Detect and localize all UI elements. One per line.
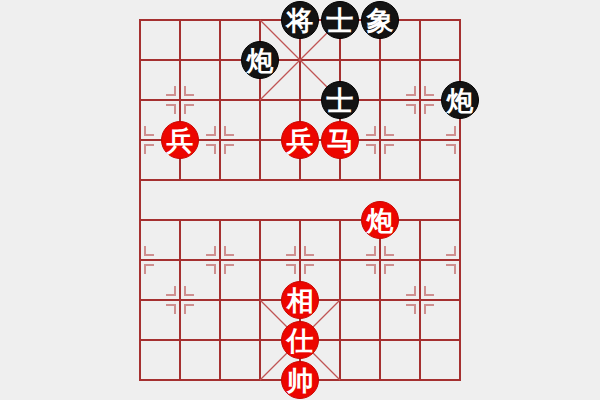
point-marker (385, 126, 394, 135)
point-marker (206, 265, 215, 274)
point-marker (425, 86, 434, 95)
piece-red-general[interactable]: 帅 (281, 361, 319, 399)
point-marker (145, 246, 154, 255)
point-marker (406, 286, 415, 295)
piece-red-horse[interactable]: 马 (321, 121, 359, 159)
point-marker (166, 286, 175, 295)
point-marker (446, 126, 455, 135)
point-marker (305, 246, 314, 255)
point-marker (406, 305, 415, 314)
point-marker (225, 265, 234, 274)
xiangqi-board: 将士象炮士炮兵兵马炮相仕帅 (0, 0, 600, 400)
point-marker (446, 145, 455, 154)
point-marker (145, 126, 154, 135)
point-marker (166, 86, 175, 95)
point-marker (225, 246, 234, 255)
point-marker (206, 145, 215, 154)
point-marker (185, 305, 194, 314)
piece-red-elephant[interactable]: 相 (281, 281, 319, 319)
point-marker (185, 286, 194, 295)
point-marker (366, 265, 375, 274)
point-marker (225, 145, 234, 154)
point-marker (425, 105, 434, 114)
piece-red-advisor[interactable]: 仕 (281, 321, 319, 359)
point-marker (366, 126, 375, 135)
point-marker (206, 126, 215, 135)
point-marker (305, 265, 314, 274)
point-marker (166, 305, 175, 314)
point-marker (366, 246, 375, 255)
point-marker (166, 105, 175, 114)
point-marker (225, 126, 234, 135)
piece-black-cannon[interactable]: 炮 (241, 41, 279, 79)
point-marker (185, 86, 194, 95)
point-marker (286, 246, 295, 255)
point-marker (185, 105, 194, 114)
point-marker (366, 145, 375, 154)
point-marker (425, 286, 434, 295)
point-marker (446, 246, 455, 255)
point-marker (206, 246, 215, 255)
point-marker (145, 145, 154, 154)
piece-black-advisor[interactable]: 士 (321, 81, 359, 119)
point-marker (406, 86, 415, 95)
point-marker (286, 265, 295, 274)
piece-red-cannon[interactable]: 炮 (361, 201, 399, 239)
point-marker (385, 265, 394, 274)
piece-black-elephant[interactable]: 象 (361, 1, 399, 39)
point-marker (406, 105, 415, 114)
point-marker (145, 265, 154, 274)
point-marker (385, 145, 394, 154)
piece-red-soldier[interactable]: 兵 (281, 121, 319, 159)
point-marker (446, 265, 455, 274)
point-marker (425, 305, 434, 314)
piece-red-soldier[interactable]: 兵 (161, 121, 199, 159)
piece-black-advisor[interactable]: 士 (321, 1, 359, 39)
piece-black-general[interactable]: 将 (281, 1, 319, 39)
piece-black-cannon[interactable]: 炮 (441, 81, 479, 119)
point-marker (385, 246, 394, 255)
